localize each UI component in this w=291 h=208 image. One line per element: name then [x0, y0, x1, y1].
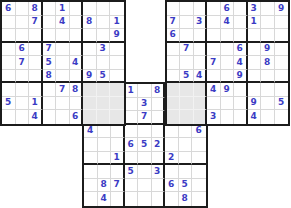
- cell-top-left-r8c1[interactable]: 5: [2, 97, 16, 111]
- cell-top-left-r7c9[interactable]: [110, 83, 124, 97]
- sudoku-triple-board: 1837466521253876548 68174819673754895785…: [0, 0, 290, 208]
- cell-top-right-r5c9[interactable]: [275, 56, 289, 70]
- cell-top-right-r4c2[interactable]: 7: [180, 43, 194, 57]
- cell-top-left-r6c1[interactable]: [2, 70, 16, 84]
- cell-top-left-r9c1[interactable]: [2, 110, 16, 124]
- cell-bottom-r8c5[interactable]: [138, 179, 152, 193]
- cell-bottom-r5c5[interactable]: 5: [138, 138, 152, 152]
- cell-top-right-r4c6[interactable]: 6: [234, 43, 248, 57]
- cell-top-right-r5c3[interactable]: [194, 56, 208, 70]
- cell-top-left-r3c8[interactable]: [97, 29, 111, 43]
- cell-top-left-r9c3[interactable]: 4: [29, 110, 43, 124]
- cell-top-right-r9c2[interactable]: [180, 110, 194, 124]
- cell-bottom-r8c4[interactable]: [125, 179, 139, 193]
- cell-bottom-r6c4[interactable]: [125, 152, 139, 166]
- cell-top-right-r5c4[interactable]: 7: [207, 56, 221, 70]
- cell-top-right-r2c9[interactable]: [275, 16, 289, 30]
- cell-top-left-r1c3[interactable]: 8: [29, 2, 43, 16]
- cell-top-left-r2c3[interactable]: 7: [29, 16, 43, 30]
- cell-top-right-r3c3[interactable]: [194, 29, 208, 43]
- cell-bottom-r4c6[interactable]: [152, 125, 166, 139]
- cell-top-right-r8c2[interactable]: [180, 97, 194, 111]
- cell-top-left-r5c6[interactable]: 4: [70, 56, 84, 70]
- cell-top-left-r5c4[interactable]: 5: [43, 56, 57, 70]
- cell-bottom-r8c1[interactable]: [84, 179, 98, 193]
- cell-top-right-r8c1[interactable]: [167, 97, 181, 111]
- cell-bottom-r7c1[interactable]: [84, 165, 98, 179]
- cell-bottom-r9c6[interactable]: [152, 192, 166, 206]
- cell-bottom-r8c3[interactable]: 7: [111, 179, 125, 193]
- cell-top-right-r8c7[interactable]: 9: [248, 97, 262, 111]
- cell-top-right-r5c6[interactable]: 4: [234, 56, 248, 70]
- cell-top-left-r7c5[interactable]: 7: [56, 83, 70, 97]
- cell-top-left-r4c1[interactable]: [2, 43, 16, 57]
- cell-top-left-r1c5[interactable]: 1: [56, 2, 70, 16]
- cell-top-left-r4c9[interactable]: [110, 43, 124, 57]
- cell-bottom-r4c5[interactable]: [138, 125, 152, 139]
- cell-top-right-r5c5[interactable]: [221, 56, 235, 70]
- cell-bottom-r7c9[interactable]: [192, 165, 206, 179]
- cell-top-left-r2c5[interactable]: 4: [56, 16, 70, 30]
- cell-top-left-r1c2[interactable]: [16, 2, 30, 16]
- cell-top-right-r8c3[interactable]: [194, 97, 208, 111]
- cell-top-left-r9c2[interactable]: [16, 110, 30, 124]
- cell-bottom-r9c2[interactable]: 4: [98, 192, 112, 206]
- cell-top-right-r7c4[interactable]: 4: [207, 83, 221, 97]
- cell-top-left-r7c7[interactable]: [83, 83, 97, 97]
- cell-top-left-r4c5[interactable]: [56, 43, 70, 57]
- cell-bottom-r6c3[interactable]: 1: [111, 152, 125, 166]
- cell-top-left-r7c1[interactable]: [2, 83, 16, 97]
- cell-top-right-r9c7[interactable]: 4: [248, 110, 262, 124]
- cell-top-left-r3c1[interactable]: [2, 29, 16, 43]
- cell-bottom-r4c1[interactable]: 4: [84, 125, 98, 139]
- cell-top-right-r9c5[interactable]: [221, 110, 235, 124]
- cell-bottom-r5c6[interactable]: 2: [152, 138, 166, 152]
- cell-top-right-r2c4[interactable]: [207, 16, 221, 30]
- cell-top-left-r8c4[interactable]: [43, 97, 57, 111]
- cell-bottom-r3c5[interactable]: 7: [138, 111, 152, 125]
- cell-top-left-r9c5[interactable]: [56, 110, 70, 124]
- grid-top-right: 63973416769748549499534: [165, 0, 291, 126]
- cell-top-left-r6c3[interactable]: [29, 70, 43, 84]
- cell-top-right-r2c2[interactable]: [180, 16, 194, 30]
- cell-top-right-r6c9[interactable]: [275, 70, 289, 84]
- cell-bottom-r7c8[interactable]: [179, 165, 193, 179]
- cell-top-right-r3c9[interactable]: [275, 29, 289, 43]
- cell-bottom-r8c2[interactable]: 8: [98, 179, 112, 193]
- cell-top-right-r7c2[interactable]: [180, 83, 194, 97]
- cell-top-right-r2c8[interactable]: [261, 16, 275, 30]
- cell-bottom-r9c4[interactable]: [125, 192, 139, 206]
- cell-top-right-r7c9[interactable]: [275, 83, 289, 97]
- cell-bottom-r2c5[interactable]: 3: [138, 98, 152, 112]
- cell-top-right-r3c6[interactable]: [234, 29, 248, 43]
- cell-top-left-r8c8[interactable]: [97, 97, 111, 111]
- cell-top-right-r8c4[interactable]: [207, 97, 221, 111]
- cell-top-left-r4c7[interactable]: [83, 43, 97, 57]
- cell-top-left-r6c6[interactable]: [70, 70, 84, 84]
- cell-bottom-r7c7[interactable]: [165, 165, 179, 179]
- cell-top-left-r5c5[interactable]: [56, 56, 70, 70]
- cell-top-left-r9c6[interactable]: 6: [70, 110, 84, 124]
- cell-top-right-r8c9[interactable]: 5: [275, 97, 289, 111]
- cell-top-right-r8c8[interactable]: [261, 97, 275, 111]
- cell-top-left-r6c7[interactable]: 9: [83, 70, 97, 84]
- cell-top-right-r3c5[interactable]: [221, 29, 235, 43]
- cell-top-left-r8c6[interactable]: [70, 97, 84, 111]
- cell-top-right-r1c7[interactable]: 3: [248, 2, 262, 16]
- cell-top-right-r1c3[interactable]: [194, 2, 208, 16]
- cell-bottom-r1c4[interactable]: 1: [125, 84, 139, 98]
- cell-top-right-r2c6[interactable]: [234, 16, 248, 30]
- cell-top-left-r4c6[interactable]: [70, 43, 84, 57]
- cell-top-left-r7c3[interactable]: [29, 83, 43, 97]
- cell-top-left-r4c2[interactable]: 6: [16, 43, 30, 57]
- cell-bottom-r8c9[interactable]: [192, 179, 206, 193]
- cell-top-left-r1c4[interactable]: [43, 2, 57, 16]
- cell-top-right-r7c6[interactable]: [234, 83, 248, 97]
- cell-top-left-r9c8[interactable]: [97, 110, 111, 124]
- cell-bottom-r6c2[interactable]: [98, 152, 112, 166]
- cell-top-left-r5c1[interactable]: [2, 56, 16, 70]
- cell-top-left-r3c2[interactable]: [16, 29, 30, 43]
- cell-top-left-r1c9[interactable]: [110, 2, 124, 16]
- cell-top-left-r8c7[interactable]: [83, 97, 97, 111]
- cell-top-left-r5c7[interactable]: [83, 56, 97, 70]
- cell-top-left-r2c8[interactable]: [97, 16, 111, 30]
- cell-bottom-r3c6[interactable]: [152, 111, 166, 125]
- cell-bottom-r7c5[interactable]: [138, 165, 152, 179]
- cell-bottom-r4c8[interactable]: [179, 125, 193, 139]
- cell-bottom-r5c8[interactable]: [179, 138, 193, 152]
- cell-top-left-r8c5[interactable]: [56, 97, 70, 111]
- cell-top-right-r4c8[interactable]: 9: [261, 43, 275, 57]
- cell-bottom-r9c8[interactable]: 8: [179, 192, 193, 206]
- cell-top-left-r7c4[interactable]: [43, 83, 57, 97]
- cell-top-right-r4c1[interactable]: [167, 43, 181, 57]
- cell-bottom-r7c2[interactable]: [98, 165, 112, 179]
- cell-top-left-r6c2[interactable]: [16, 70, 30, 84]
- cell-top-right-r1c9[interactable]: 9: [275, 2, 289, 16]
- cell-top-left-r3c4[interactable]: [43, 29, 57, 43]
- cell-top-left-r5c3[interactable]: [29, 56, 43, 70]
- cell-top-right-r2c3[interactable]: 3: [194, 16, 208, 30]
- cell-top-right-r7c3[interactable]: [194, 83, 208, 97]
- cell-top-right-r3c8[interactable]: [261, 29, 275, 43]
- cell-top-left-r5c8[interactable]: [97, 56, 111, 70]
- cell-bottom-r6c1[interactable]: [84, 152, 98, 166]
- cell-top-right-r7c7[interactable]: [248, 83, 262, 97]
- cell-top-right-r1c4[interactable]: [207, 2, 221, 16]
- cell-top-left-r4c4[interactable]: 7: [43, 43, 57, 57]
- cell-top-left-r9c7[interactable]: [83, 110, 97, 124]
- cell-top-left-r2c7[interactable]: 8: [83, 16, 97, 30]
- cell-top-left-r6c5[interactable]: [56, 70, 70, 84]
- cell-top-left-r8c9[interactable]: [110, 97, 124, 111]
- cell-top-left-r8c3[interactable]: 1: [29, 97, 43, 111]
- cell-top-left-r4c3[interactable]: [29, 43, 43, 57]
- cell-top-right-r9c6[interactable]: [234, 110, 248, 124]
- cell-top-left-r2c4[interactable]: [43, 16, 57, 30]
- cell-top-right-r4c5[interactable]: [221, 43, 235, 57]
- cell-bottom-r5c7[interactable]: [165, 138, 179, 152]
- cell-top-left-r7c8[interactable]: [97, 83, 111, 97]
- cell-bottom-r7c6[interactable]: 3: [152, 165, 166, 179]
- cell-top-right-r8c5[interactable]: [221, 97, 235, 111]
- cell-top-right-r6c6[interactable]: 9: [234, 70, 248, 84]
- cell-bottom-r6c6[interactable]: [152, 152, 166, 166]
- cell-bottom-r8c7[interactable]: 6: [165, 179, 179, 193]
- cell-bottom-r9c1[interactable]: [84, 192, 98, 206]
- cell-top-right-r7c1[interactable]: [167, 83, 181, 97]
- cell-top-right-r3c4[interactable]: [207, 29, 221, 43]
- cell-top-left-r1c6[interactable]: [70, 2, 84, 16]
- cell-bottom-r9c7[interactable]: [165, 192, 179, 206]
- cell-bottom-r3c4[interactable]: [125, 111, 139, 125]
- cell-top-right-r6c8[interactable]: [261, 70, 275, 84]
- cell-top-right-r5c8[interactable]: 8: [261, 56, 275, 70]
- cell-top-left-r2c2[interactable]: [16, 16, 30, 30]
- cell-top-left-r3c5[interactable]: [56, 29, 70, 43]
- cell-top-right-r1c1[interactable]: [167, 2, 181, 16]
- cell-top-right-r6c5[interactable]: [221, 70, 235, 84]
- cell-top-left-r9c9[interactable]: [110, 110, 124, 124]
- cell-top-left-r1c1[interactable]: 6: [2, 2, 16, 16]
- cell-top-right-r5c1[interactable]: [167, 56, 181, 70]
- cell-top-left-r8c2[interactable]: [16, 97, 30, 111]
- cell-bottom-r4c3[interactable]: [111, 125, 125, 139]
- cell-bottom-r5c1[interactable]: [84, 138, 98, 152]
- cell-bottom-r7c4[interactable]: 5: [125, 165, 139, 179]
- cell-bottom-r6c5[interactable]: [138, 152, 152, 166]
- cell-top-right-r6c4[interactable]: [207, 70, 221, 84]
- cell-bottom-r4c2[interactable]: [98, 125, 112, 139]
- cell-top-right-r2c5[interactable]: 4: [221, 16, 235, 30]
- cell-top-left-r3c7[interactable]: [83, 29, 97, 43]
- cell-top-left-r9c4[interactable]: [43, 110, 57, 124]
- cell-top-right-r7c8[interactable]: [261, 83, 275, 97]
- cell-top-right-r1c5[interactable]: 6: [221, 2, 235, 16]
- cell-top-left-r7c6[interactable]: 8: [70, 83, 84, 97]
- cell-top-right-r1c8[interactable]: [261, 2, 275, 16]
- cell-top-right-r1c6[interactable]: [234, 2, 248, 16]
- cell-top-right-r4c4[interactable]: [207, 43, 221, 57]
- cell-bottom-r5c2[interactable]: [98, 138, 112, 152]
- cell-top-right-r6c1[interactable]: [167, 70, 181, 84]
- cell-top-right-r9c1[interactable]: [167, 110, 181, 124]
- cell-bottom-r7c3[interactable]: [111, 165, 125, 179]
- cell-top-left-r6c8[interactable]: 5: [97, 70, 111, 84]
- cell-top-right-r3c1[interactable]: 6: [167, 29, 181, 43]
- cell-top-right-r8c6[interactable]: [234, 97, 248, 111]
- cell-bottom-r4c4[interactable]: [125, 125, 139, 139]
- cell-top-right-r4c7[interactable]: [248, 43, 262, 57]
- cell-bottom-r9c5[interactable]: [138, 192, 152, 206]
- cell-bottom-r1c6[interactable]: 8: [152, 84, 166, 98]
- cell-top-right-r3c7[interactable]: [248, 29, 262, 43]
- cell-bottom-r9c9[interactable]: [192, 192, 206, 206]
- cell-top-right-r9c9[interactable]: [275, 110, 289, 124]
- cell-bottom-r4c9[interactable]: 6: [192, 125, 206, 139]
- cell-top-left-r1c8[interactable]: [97, 2, 111, 16]
- cell-top-right-r1c2[interactable]: [180, 2, 194, 16]
- cell-top-left-r7c2[interactable]: [16, 83, 30, 97]
- cell-bottom-r8c8[interactable]: 5: [179, 179, 193, 193]
- cell-top-right-r6c7[interactable]: [248, 70, 262, 84]
- cell-bottom-r4c7[interactable]: [165, 125, 179, 139]
- cell-top-left-r2c9[interactable]: 1: [110, 16, 124, 30]
- cell-top-right-r7c5[interactable]: 9: [221, 83, 235, 97]
- cell-bottom-r1c5[interactable]: [138, 84, 152, 98]
- cell-top-left-r6c4[interactable]: 8: [43, 70, 57, 84]
- cell-top-left-r5c2[interactable]: 7: [16, 56, 30, 70]
- cell-bottom-r5c3[interactable]: [111, 138, 125, 152]
- cell-top-right-r6c3[interactable]: 4: [194, 70, 208, 84]
- cell-bottom-r2c6[interactable]: [152, 98, 166, 112]
- cell-top-right-r9c4[interactable]: 3: [207, 110, 221, 124]
- cell-top-right-r3c2[interactable]: [180, 29, 194, 43]
- cell-top-right-r9c8[interactable]: [261, 110, 275, 124]
- cell-top-left-r3c3[interactable]: [29, 29, 43, 43]
- cell-bottom-r6c7[interactable]: 2: [165, 152, 179, 166]
- cell-top-left-r1c7[interactable]: [83, 2, 97, 16]
- cell-top-right-r4c9[interactable]: [275, 43, 289, 57]
- cell-bottom-r6c8[interactable]: [179, 152, 193, 166]
- cell-top-right-r6c2[interactable]: 5: [180, 70, 194, 84]
- cell-top-left-r4c8[interactable]: 3: [97, 43, 111, 57]
- cell-top-right-r5c7[interactable]: [248, 56, 262, 70]
- cell-bottom-r9c3[interactable]: [111, 192, 125, 206]
- cell-top-left-r6c9[interactable]: [110, 70, 124, 84]
- cell-bottom-r5c4[interactable]: 6: [125, 138, 139, 152]
- cell-bottom-r6c9[interactable]: [192, 152, 206, 166]
- cell-bottom-r8c6[interactable]: [152, 179, 166, 193]
- grid-top-left: 68174819673754895785146: [0, 0, 126, 126]
- cell-top-left-r3c6[interactable]: [70, 29, 84, 43]
- cell-bottom-r5c9[interactable]: [192, 138, 206, 152]
- cell-top-left-r5c9[interactable]: [110, 56, 124, 70]
- cell-top-right-r5c2[interactable]: [180, 56, 194, 70]
- cell-top-right-r4c3[interactable]: [194, 43, 208, 57]
- cell-top-left-r3c9[interactable]: 9: [110, 29, 124, 43]
- cell-bottom-r2c4[interactable]: [125, 98, 139, 112]
- cell-top-right-r9c3[interactable]: [194, 110, 208, 124]
- cell-top-left-r2c1[interactable]: [2, 16, 16, 30]
- cell-top-right-r2c1[interactable]: 7: [167, 16, 181, 30]
- cell-top-right-r2c7[interactable]: 1: [248, 16, 262, 30]
- cell-top-left-r2c6[interactable]: [70, 16, 84, 30]
